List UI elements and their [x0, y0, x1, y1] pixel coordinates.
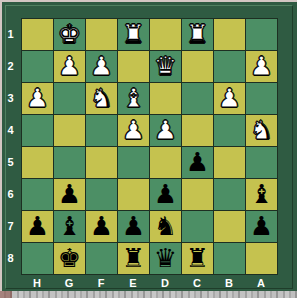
square-c8[interactable]: ♜ [182, 243, 213, 274]
square-e4[interactable]: ♟ [118, 115, 149, 146]
square-a3[interactable] [246, 83, 277, 114]
black-knight: ♞ [154, 211, 177, 242]
square-c6[interactable] [182, 179, 213, 210]
square-d1[interactable] [150, 19, 181, 50]
white-pawn: ♟ [58, 51, 81, 82]
square-g4[interactable] [54, 115, 85, 146]
square-g3[interactable] [54, 83, 85, 114]
square-e5[interactable] [118, 147, 149, 178]
square-c4[interactable] [182, 115, 213, 146]
file-label-c: C [181, 275, 213, 291]
black-pawn: ♟ [250, 211, 273, 242]
square-f7[interactable]: ♟ [86, 211, 117, 242]
square-c5[interactable]: ♟ [182, 147, 213, 178]
square-d2[interactable]: ♛ [150, 51, 181, 82]
black-rook: ♜ [122, 243, 145, 274]
square-c2[interactable] [182, 51, 213, 82]
square-a1[interactable] [246, 19, 277, 50]
square-a2[interactable]: ♟ [246, 51, 277, 82]
black-rook: ♜ [186, 243, 209, 274]
square-b2[interactable] [214, 51, 245, 82]
square-f1[interactable] [86, 19, 117, 50]
white-rook: ♜ [186, 19, 209, 50]
square-g1[interactable]: ♚ [54, 19, 85, 50]
rank-label-5: 5 [0, 146, 21, 178]
square-a6[interactable]: ♝ [246, 179, 277, 210]
white-pawn: ♟ [218, 83, 241, 114]
square-c1[interactable]: ♜ [182, 19, 213, 50]
square-e6[interactable] [118, 179, 149, 210]
file-label-g: G [53, 275, 85, 291]
square-b6[interactable] [214, 179, 245, 210]
square-b3[interactable]: ♟ [214, 83, 245, 114]
white-king: ♚ [58, 19, 81, 50]
square-f2[interactable]: ♟ [86, 51, 117, 82]
square-b4[interactable] [214, 115, 245, 146]
file-label-h: H [21, 275, 53, 291]
square-f5[interactable] [86, 147, 117, 178]
rank-label-6: 6 [0, 178, 21, 210]
black-pawn: ♟ [58, 179, 81, 210]
square-d3[interactable] [150, 83, 181, 114]
window-top-edge [0, 0, 297, 2]
black-bishop: ♝ [58, 211, 81, 242]
square-e1[interactable]: ♜ [118, 19, 149, 50]
file-label-f: F [85, 275, 117, 291]
rank-label-4: 4 [0, 114, 21, 146]
bottom-strip-left-tint [0, 291, 12, 298]
white-pawn: ♟ [90, 51, 113, 82]
square-h8[interactable] [22, 243, 53, 274]
square-g8[interactable]: ♚ [54, 243, 85, 274]
black-queen: ♛ [154, 243, 177, 274]
square-d4[interactable]: ♟ [150, 115, 181, 146]
white-rook: ♜ [122, 19, 145, 50]
black-pawn: ♟ [90, 211, 113, 242]
chess-board-window: 12345678 ♚♜♜♟♟♛♟♟♞♝♟♟♟♞♟♟♟♝♟♝♟♟♞♟♚♜♛♜ HG… [0, 0, 297, 298]
square-h2[interactable] [22, 51, 53, 82]
square-b1[interactable] [214, 19, 245, 50]
white-knight: ♞ [250, 115, 273, 146]
square-d7[interactable]: ♞ [150, 211, 181, 242]
white-queen: ♛ [154, 51, 177, 82]
square-h1[interactable] [22, 19, 53, 50]
square-c3[interactable] [182, 83, 213, 114]
rank-label-1: 1 [0, 18, 21, 50]
file-label-b: B [213, 275, 245, 291]
square-e7[interactable]: ♟ [118, 211, 149, 242]
square-h5[interactable] [22, 147, 53, 178]
square-b5[interactable] [214, 147, 245, 178]
square-g2[interactable]: ♟ [54, 51, 85, 82]
window-left-edge [0, 0, 2, 291]
square-b8[interactable] [214, 243, 245, 274]
square-f3[interactable]: ♞ [86, 83, 117, 114]
square-g5[interactable] [54, 147, 85, 178]
white-pawn: ♟ [250, 51, 273, 82]
white-bishop: ♝ [122, 83, 145, 114]
square-g7[interactable]: ♝ [54, 211, 85, 242]
square-e2[interactable] [118, 51, 149, 82]
white-pawn: ♟ [26, 83, 49, 114]
square-d6[interactable]: ♟ [150, 179, 181, 210]
file-label-e: E [117, 275, 149, 291]
rank-label-2: 2 [0, 50, 21, 82]
file-label-d: D [149, 275, 181, 291]
chess-board: ♚♜♜♟♟♛♟♟♞♝♟♟♟♞♟♟♟♝♟♝♟♟♞♟♚♜♛♜ [21, 18, 278, 275]
square-d8[interactable]: ♛ [150, 243, 181, 274]
square-b7[interactable] [214, 211, 245, 242]
square-a4[interactable]: ♞ [246, 115, 277, 146]
square-h6[interactable] [22, 179, 53, 210]
square-g6[interactable]: ♟ [54, 179, 85, 210]
square-f6[interactable] [86, 179, 117, 210]
square-f4[interactable] [86, 115, 117, 146]
square-h4[interactable] [22, 115, 53, 146]
square-h3[interactable]: ♟ [22, 83, 53, 114]
square-e3[interactable]: ♝ [118, 83, 149, 114]
black-pawn: ♟ [26, 211, 49, 242]
square-e8[interactable]: ♜ [118, 243, 149, 274]
square-a7[interactable]: ♟ [246, 211, 277, 242]
square-a8[interactable] [246, 243, 277, 274]
white-knight: ♞ [90, 83, 113, 114]
white-pawn: ♟ [122, 115, 145, 146]
file-label-a: A [245, 275, 277, 291]
square-c7[interactable] [182, 211, 213, 242]
square-h7[interactable]: ♟ [22, 211, 53, 242]
rank-label-3: 3 [0, 82, 21, 114]
square-f8[interactable] [86, 243, 117, 274]
square-a5[interactable] [246, 147, 277, 178]
file-labels: HGFEDCBA [21, 275, 277, 291]
bottom-strip [0, 291, 297, 298]
square-d5[interactable] [150, 147, 181, 178]
black-pawn: ♟ [122, 211, 145, 242]
black-king: ♚ [58, 243, 81, 274]
black-bishop: ♝ [250, 179, 273, 210]
rank-label-7: 7 [0, 210, 21, 242]
black-pawn: ♟ [186, 147, 209, 178]
black-pawn: ♟ [154, 179, 177, 210]
rank-label-8: 8 [0, 242, 21, 274]
white-pawn: ♟ [154, 115, 177, 146]
